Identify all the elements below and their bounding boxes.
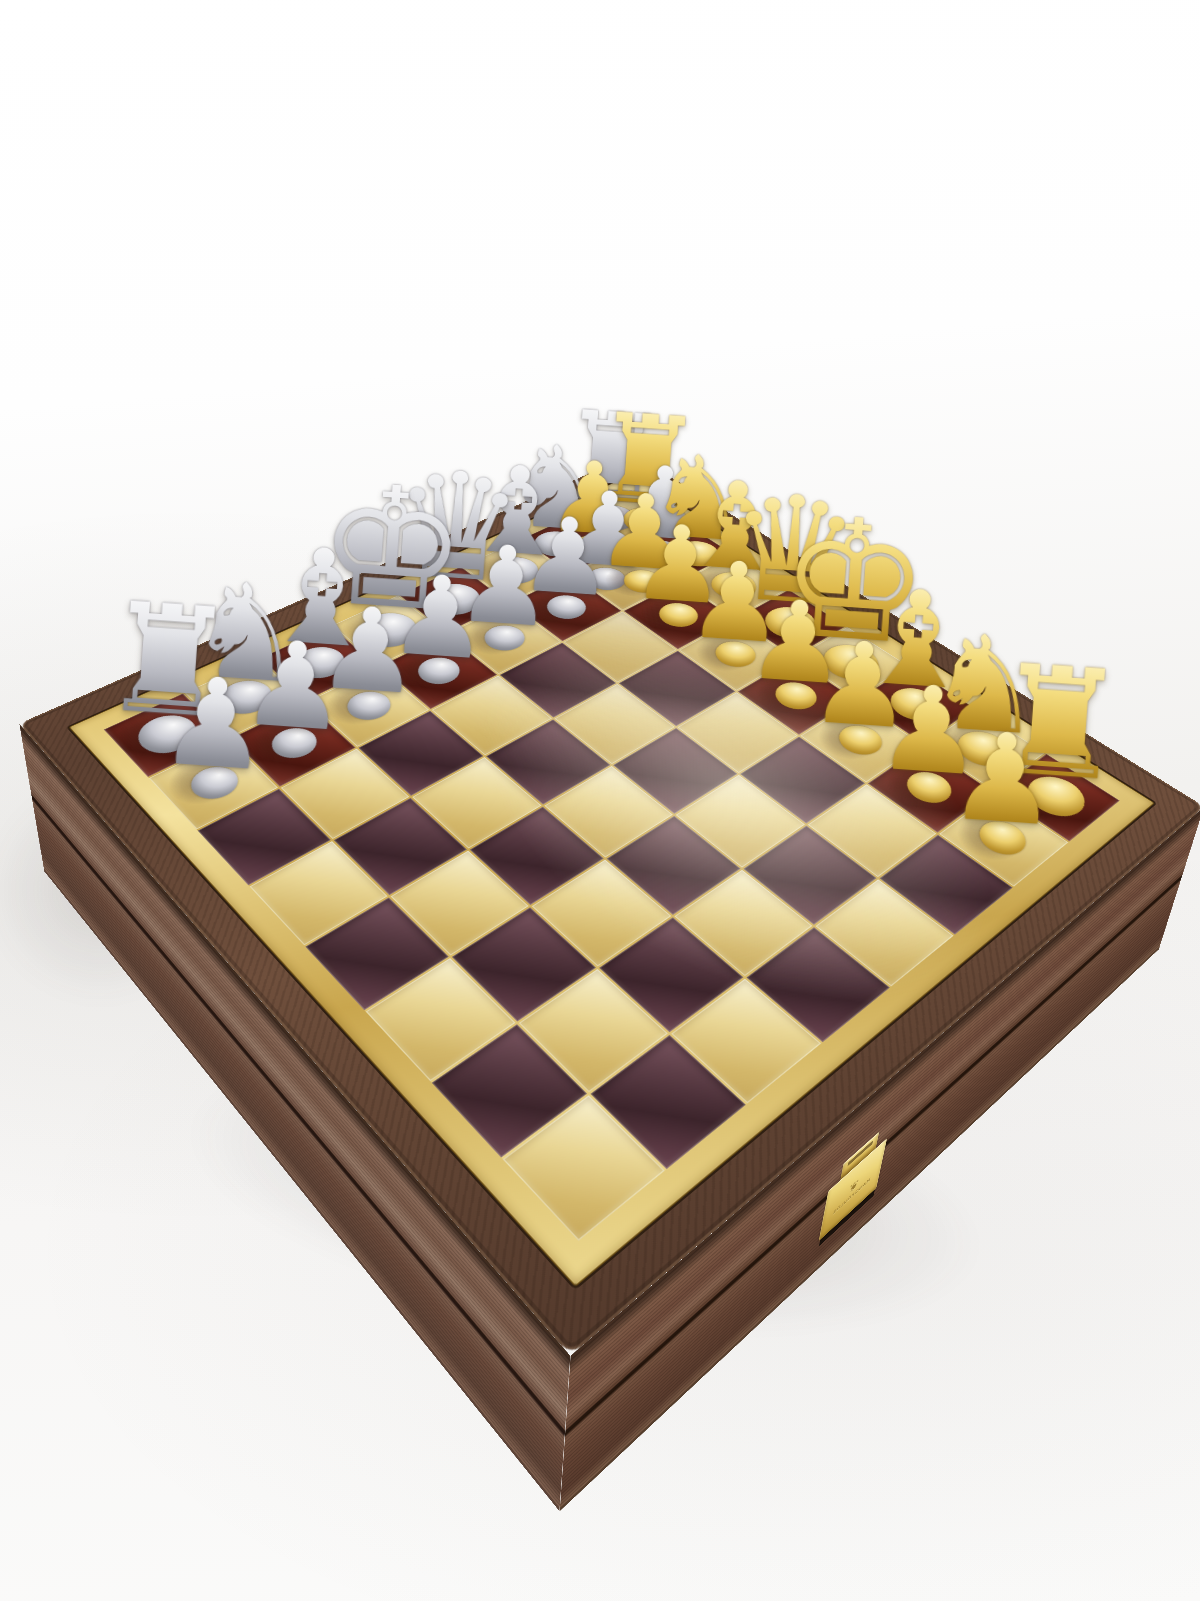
pawn-glyph: ♟: [897, 711, 1112, 847]
product-photo-stage: ♜♞♝♛♚♝♞♜♟♟♟♟♟♟♟♟♜♞♝♛♚♝♞♜♟♟♟♟♟♟♟♟ ❦ MANOP…: [0, 0, 1200, 1601]
pawn-glyph: ♟: [108, 655, 323, 791]
chess-case-lid: ♜♞♝♛♚♝♞♜♟♟♟♟♟♟♟♟♜♞♝♛♚♝♞♜♟♟♟♟♟♟♟♟ ❦ MANOP…: [19, 454, 1200, 1356]
case-latch: ❦ MANOPOULOS: [816, 1120, 891, 1253]
perspective-scene: ♜♞♝♛♚♝♞♜♟♟♟♟♟♟♟♟♜♞♝♛♚♝♞♜♟♟♟♟♟♟♟♟ ❦ MANOP…: [0, 0, 1200, 1601]
camera-tilt: ♜♞♝♛♚♝♞♜♟♟♟♟♟♟♟♟♜♞♝♛♚♝♞♜♟♟♟♟♟♟♟♟ ❦ MANOP…: [0, 0, 1200, 1601]
